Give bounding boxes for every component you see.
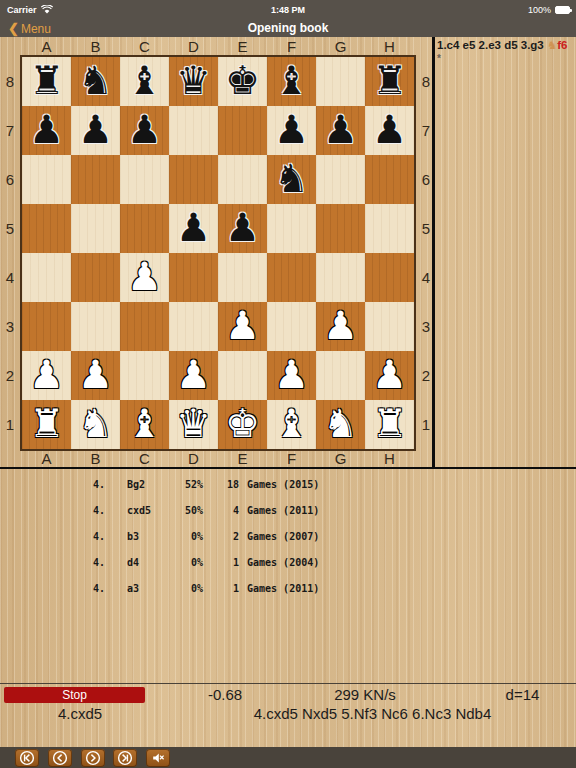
- square-a6[interactable]: [22, 155, 71, 204]
- status-bar: Carrier 1:48 PM 100%: [0, 0, 576, 20]
- skip-to-start-button[interactable]: [15, 749, 39, 767]
- book-move-row-cxd5[interactable]: 4.cxd550%4Games (2011): [93, 504, 319, 530]
- square-c4[interactable]: ♟: [120, 253, 169, 302]
- book-count: 18: [203, 478, 239, 492]
- square-g2[interactable]: [316, 351, 365, 400]
- file-label-g: G: [316, 450, 365, 468]
- moves-prefix: 1.c4 e5 2.e3 d5 3.g3: [437, 39, 547, 51]
- square-a3[interactable]: [22, 302, 71, 351]
- engine-evaluation: -0.68: [185, 686, 265, 703]
- black-pawn-c7[interactable]: ♟: [120, 106, 169, 155]
- square-g7[interactable]: ♟: [316, 106, 365, 155]
- file-label-b: B: [71, 38, 120, 56]
- chess-board[interactable]: ♜♞♝♛♚♝♜♟♟♟♟♟♟♞♟♟♟♟♟♟♟♟♟♟♜♞♝♛♚♝♞♜: [20, 55, 416, 451]
- square-f7[interactable]: ♟: [267, 106, 316, 155]
- file-label-e: E: [218, 450, 267, 468]
- square-h5[interactable]: [365, 204, 414, 253]
- book-num: 4.: [93, 478, 127, 492]
- knight-figurine-icon: ♞: [547, 38, 557, 52]
- square-d8[interactable]: ♛: [169, 57, 218, 106]
- book-pct: 0%: [173, 556, 203, 570]
- square-g4[interactable]: [316, 253, 365, 302]
- white-knight-g1[interactable]: ♞: [316, 400, 365, 449]
- rank-label-3: 3: [1, 302, 19, 351]
- last-move: f6: [557, 39, 567, 51]
- square-h3[interactable]: [365, 302, 414, 351]
- square-d4[interactable]: [169, 253, 218, 302]
- white-bishop-c1[interactable]: ♝: [120, 400, 169, 449]
- horizontal-divider: [0, 467, 576, 469]
- step-back-button[interactable]: [48, 749, 72, 767]
- square-h8[interactable]: ♜: [365, 57, 414, 106]
- rank-label-2: 2: [1, 351, 19, 400]
- square-e7[interactable]: [218, 106, 267, 155]
- black-rook-a8[interactable]: ♜: [22, 57, 71, 106]
- book-count: 1: [203, 556, 239, 570]
- rank-label-7: 7: [1, 106, 19, 155]
- book-move-row-d4[interactable]: 4.d40%1Games (2004): [93, 556, 319, 582]
- white-pawn-e3[interactable]: ♟: [218, 302, 267, 351]
- book-pct: 50%: [173, 504, 203, 518]
- book-num: 4.: [93, 556, 127, 570]
- square-e5[interactable]: ♟: [218, 204, 267, 253]
- file-label-c: C: [120, 38, 169, 56]
- square-e1[interactable]: ♚: [218, 400, 267, 449]
- file-label-h: H: [365, 38, 414, 56]
- square-a8[interactable]: ♜: [22, 57, 71, 106]
- file-label-d: D: [169, 450, 218, 468]
- file-labels-top: ABCDEFGH: [22, 38, 414, 56]
- rank-label-6: 6: [1, 155, 19, 204]
- stop-button[interactable]: Stop: [4, 687, 145, 703]
- black-knight-f6[interactable]: ♞: [267, 155, 316, 204]
- rank-label-5: 5: [1, 204, 19, 253]
- white-bishop-f1[interactable]: ♝: [267, 400, 316, 449]
- square-b6[interactable]: [71, 155, 120, 204]
- square-g1[interactable]: ♞: [316, 400, 365, 449]
- sound-mute-button[interactable]: [146, 749, 170, 767]
- book-move-row-Bg2[interactable]: 4.Bg252%18Games (2015): [93, 478, 319, 504]
- square-c7[interactable]: ♟: [120, 106, 169, 155]
- book-count: 2: [203, 530, 239, 544]
- square-b1[interactable]: ♞: [71, 400, 120, 449]
- book-pct: 52%: [173, 478, 203, 492]
- square-g6[interactable]: [316, 155, 365, 204]
- square-e6[interactable]: [218, 155, 267, 204]
- square-f3[interactable]: [267, 302, 316, 351]
- move-annotation: *: [437, 52, 575, 65]
- white-pawn-f2[interactable]: ♟: [267, 351, 316, 400]
- square-h6[interactable]: [365, 155, 414, 204]
- square-b7[interactable]: ♟: [71, 106, 120, 155]
- step-forward-button[interactable]: [81, 749, 105, 767]
- square-e2[interactable]: [218, 351, 267, 400]
- square-a1[interactable]: ♜: [22, 400, 71, 449]
- square-d6[interactable]: [169, 155, 218, 204]
- opening-book-screen: Carrier 1:48 PM 100% ❮ Menu Opening book…: [0, 0, 576, 768]
- square-a4[interactable]: [22, 253, 71, 302]
- black-knight-b8[interactable]: ♞: [71, 57, 120, 106]
- black-pawn-f7[interactable]: ♟: [267, 106, 316, 155]
- book-move: a3: [127, 582, 173, 596]
- white-pawn-g3[interactable]: ♟: [316, 302, 365, 351]
- file-label-f: F: [267, 450, 316, 468]
- square-f8[interactable]: ♝: [267, 57, 316, 106]
- book-num: 4.: [93, 504, 127, 518]
- book-num: 4.: [93, 530, 127, 544]
- square-b4[interactable]: [71, 253, 120, 302]
- file-labels-bottom: ABCDEFGH: [22, 450, 414, 468]
- rank-label-1: 1: [1, 400, 19, 449]
- file-label-a: A: [22, 450, 71, 468]
- square-f4[interactable]: [267, 253, 316, 302]
- square-c1[interactable]: ♝: [120, 400, 169, 449]
- moves-notation: 1.c4 e5 2.e3 d5 3.g3 ♞f6 *: [437, 39, 575, 65]
- rank-labels-left: 87654321: [1, 57, 19, 449]
- square-b2[interactable]: ♟: [71, 351, 120, 400]
- black-pawn-h7[interactable]: ♟: [365, 106, 414, 155]
- white-pawn-h2[interactable]: ♟: [365, 351, 414, 400]
- nav-bar: ❮ Menu Opening book: [0, 20, 576, 37]
- engine-separator: [0, 683, 576, 684]
- file-label-a: A: [22, 38, 71, 56]
- black-pawn-b7[interactable]: ♟: [71, 106, 120, 155]
- file-label-f: F: [267, 38, 316, 56]
- engine-current-move: 4.cxd5: [25, 705, 135, 722]
- square-f6[interactable]: ♞: [267, 155, 316, 204]
- square-c2[interactable]: [120, 351, 169, 400]
- page-title: Opening book: [0, 21, 576, 35]
- white-rook-h1[interactable]: ♜: [365, 400, 414, 449]
- vertical-divider: [432, 37, 435, 468]
- white-pawn-d2[interactable]: ♟: [169, 351, 218, 400]
- book-move: d4: [127, 556, 173, 570]
- white-queen-d1[interactable]: ♛: [169, 400, 218, 449]
- battery-percent: 100%: [528, 5, 551, 15]
- square-d1[interactable]: ♛: [169, 400, 218, 449]
- black-pawn-a7[interactable]: ♟: [22, 106, 71, 155]
- square-f2[interactable]: ♟: [267, 351, 316, 400]
- white-pawn-b2[interactable]: ♟: [71, 351, 120, 400]
- white-pawn-a2[interactable]: ♟: [22, 351, 71, 400]
- book-games: Games (2007): [247, 531, 319, 542]
- black-rook-h8[interactable]: ♜: [365, 57, 414, 106]
- black-queen-d8[interactable]: ♛: [169, 57, 218, 106]
- book-count: 1: [203, 582, 239, 596]
- engine-depth: d=14: [485, 686, 560, 703]
- square-c6[interactable]: [120, 155, 169, 204]
- white-knight-b1[interactable]: ♞: [71, 400, 120, 449]
- white-rook-a1[interactable]: ♜: [22, 400, 71, 449]
- square-c8[interactable]: ♝: [120, 57, 169, 106]
- square-d3[interactable]: [169, 302, 218, 351]
- book-move: cxd5: [127, 504, 173, 518]
- square-a7[interactable]: ♟: [22, 106, 71, 155]
- book-move: Bg2: [127, 478, 173, 492]
- book-move-row-b3[interactable]: 4.b30%2Games (2007): [93, 530, 319, 556]
- square-d7[interactable]: [169, 106, 218, 155]
- square-d5[interactable]: ♟: [169, 204, 218, 253]
- rank-label-8: 8: [1, 57, 19, 106]
- book-games: Games (2015): [247, 479, 319, 490]
- book-count: 4: [203, 504, 239, 518]
- rank-label-4: 4: [1, 253, 19, 302]
- square-a2[interactable]: ♟: [22, 351, 71, 400]
- square-e8[interactable]: ♚: [218, 57, 267, 106]
- book-games: Games (2004): [247, 557, 319, 568]
- book-pct: 0%: [173, 530, 203, 544]
- file-label-h: H: [365, 450, 414, 468]
- book-move-row-a3[interactable]: 4.a30%1Games (2011): [93, 582, 319, 608]
- black-pawn-e5[interactable]: ♟: [218, 204, 267, 253]
- file-label-c: C: [120, 450, 169, 468]
- file-label-e: E: [218, 38, 267, 56]
- square-b8[interactable]: ♞: [71, 57, 120, 106]
- battery-icon: [555, 6, 570, 14]
- engine-speed: 299 KN/s: [305, 686, 425, 703]
- square-g8[interactable]: [316, 57, 365, 106]
- file-label-g: G: [316, 38, 365, 56]
- book-games: Games (2011): [247, 505, 319, 516]
- black-pawn-g7[interactable]: ♟: [316, 106, 365, 155]
- square-a5[interactable]: [22, 204, 71, 253]
- square-f1[interactable]: ♝: [267, 400, 316, 449]
- square-g5[interactable]: [316, 204, 365, 253]
- square-g3[interactable]: ♟: [316, 302, 365, 351]
- black-pawn-d5[interactable]: ♟: [169, 204, 218, 253]
- file-label-b: B: [71, 450, 120, 468]
- white-pawn-c4[interactable]: ♟: [120, 253, 169, 302]
- square-c3[interactable]: [120, 302, 169, 351]
- engine-principal-variation: 4.cxd5 Nxd5 5.Nf3 Nc6 6.Nc3 Ndb4: [230, 705, 515, 722]
- square-e4[interactable]: [218, 253, 267, 302]
- square-d2[interactable]: ♟: [169, 351, 218, 400]
- white-king-e1[interactable]: ♚: [218, 400, 267, 449]
- book-games: Games (2011): [247, 583, 319, 594]
- square-h2[interactable]: ♟: [365, 351, 414, 400]
- book-num: 4.: [93, 582, 127, 596]
- black-bishop-f8[interactable]: ♝: [267, 57, 316, 106]
- black-king-e8[interactable]: ♚: [218, 57, 267, 106]
- skip-to-end-button[interactable]: [113, 749, 137, 767]
- square-h4[interactable]: [365, 253, 414, 302]
- square-h1[interactable]: ♜: [365, 400, 414, 449]
- clock: 1:48 PM: [0, 5, 576, 15]
- black-bishop-c8[interactable]: ♝: [120, 57, 169, 106]
- file-label-d: D: [169, 38, 218, 56]
- book-move: b3: [127, 530, 173, 544]
- square-e3[interactable]: ♟: [218, 302, 267, 351]
- square-c5[interactable]: [120, 204, 169, 253]
- square-b3[interactable]: [71, 302, 120, 351]
- bottom-toolbar: [0, 747, 576, 768]
- square-f5[interactable]: [267, 204, 316, 253]
- square-b5[interactable]: [71, 204, 120, 253]
- book-pct: 0%: [173, 582, 203, 596]
- opening-book-table: 4.Bg252%18Games (2015)4.cxd550%4Games (2…: [93, 478, 319, 608]
- square-h7[interactable]: ♟: [365, 106, 414, 155]
